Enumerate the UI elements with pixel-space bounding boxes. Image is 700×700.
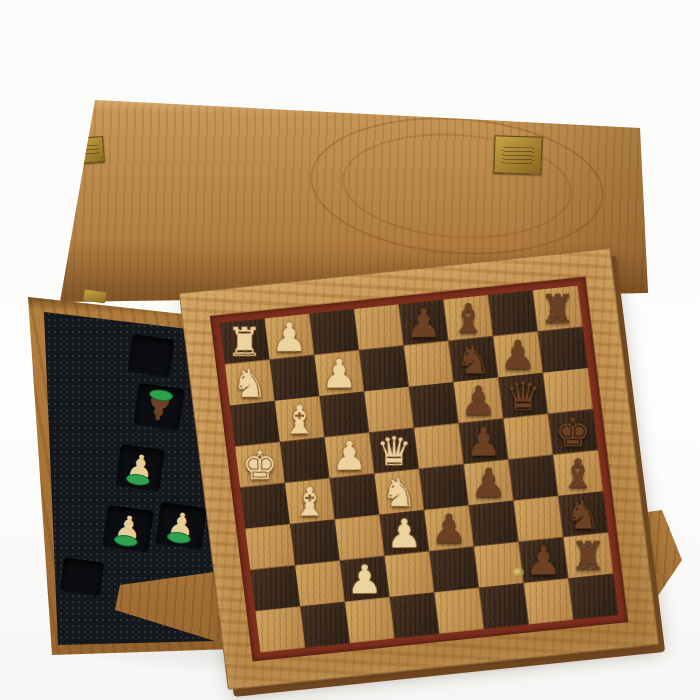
square [300, 602, 350, 648]
green-felt-base [126, 473, 151, 487]
square [474, 542, 524, 588]
square: ♞ [448, 336, 498, 382]
square [514, 496, 564, 542]
square [568, 574, 618, 620]
square: ♝ [443, 295, 493, 341]
square [345, 597, 395, 643]
foam-cutout: ♟ [115, 444, 164, 492]
white-pawn: ♟ [317, 351, 362, 396]
square [419, 464, 469, 510]
foam-cutout: ♟ [155, 502, 206, 550]
square [280, 437, 330, 483]
board-squares: ♜♟♟♝♜♞♟♞♟♝♟♛♚♟♛♟♚♝♞♟♝♟♟♞♟♟♜ [220, 286, 618, 653]
black-rook: ♜ [535, 286, 580, 331]
square [390, 592, 440, 638]
square [543, 368, 593, 414]
square: ♝ [285, 478, 335, 524]
square [240, 483, 290, 529]
square: ♟ [399, 300, 449, 346]
square: ♟ [464, 460, 514, 506]
square: ♝ [275, 396, 325, 442]
square [290, 520, 340, 566]
square: ♞ [374, 469, 424, 515]
square: ♟ [314, 350, 364, 396]
black-pawn: ♟ [466, 460, 511, 505]
square: ♚ [235, 442, 285, 488]
white-king: ♚ [237, 442, 282, 487]
square [429, 547, 479, 593]
green-felt-base [148, 388, 173, 402]
square: ♟ [379, 510, 429, 556]
square [404, 341, 454, 387]
square [270, 355, 320, 401]
square [319, 391, 369, 437]
square: ♟ [519, 537, 569, 583]
black-king: ♚ [550, 410, 595, 455]
black-rook: ♜ [566, 533, 611, 578]
foam-cutout: ♟ [102, 505, 153, 553]
square [479, 583, 529, 629]
square [508, 455, 558, 501]
square: ♟ [454, 377, 504, 423]
square: ♜ [220, 319, 270, 365]
white-pawn: ♟ [382, 511, 427, 556]
white-pawn: ♟ [267, 314, 312, 359]
light-pawn-in-tray: ♟ [113, 511, 144, 544]
square: ♟ [324, 433, 374, 479]
square [469, 501, 519, 547]
black-knight: ♞ [451, 337, 496, 382]
square [250, 565, 300, 611]
square [354, 304, 404, 350]
white-pawn: ♟ [327, 433, 372, 478]
white-bishop: ♝ [287, 479, 332, 524]
square [503, 414, 553, 460]
brass-plaque-right [493, 135, 542, 175]
white-queen: ♛ [372, 428, 417, 473]
black-bishop: ♝ [556, 451, 601, 496]
black-pawn: ♟ [401, 300, 446, 345]
light-pawn-in-tray: ♟ [166, 508, 197, 541]
square: ♟ [340, 556, 390, 602]
square [255, 606, 305, 652]
square [245, 524, 295, 570]
green-felt-base [114, 534, 139, 548]
black-pawn: ♟ [461, 419, 506, 464]
square: ♜ [533, 286, 583, 332]
square: ♞ [225, 360, 275, 406]
black-queen: ♛ [501, 373, 546, 418]
square: ♟ [264, 314, 314, 360]
green-felt-base [167, 531, 192, 545]
square: ♚ [548, 409, 598, 455]
black-pawn: ♟ [496, 332, 541, 377]
white-knight: ♞ [377, 470, 422, 515]
black-pawn: ♟ [521, 538, 566, 583]
brass-screw-icon [513, 568, 524, 577]
square [538, 327, 588, 373]
square [359, 346, 409, 392]
black-bishop: ♝ [446, 296, 491, 341]
foam-cutout [60, 557, 104, 596]
square [488, 290, 538, 336]
square: ♝ [553, 450, 603, 496]
foam-cutout: ♟ [133, 383, 184, 431]
square [230, 401, 280, 447]
brass-plaque-left [75, 136, 105, 164]
square: ♜ [563, 533, 613, 579]
square [524, 578, 574, 624]
square: ♛ [498, 373, 548, 419]
square: ♟ [424, 505, 474, 551]
white-pawn: ♟ [342, 557, 387, 602]
square [335, 515, 385, 561]
black-knight: ♞ [561, 492, 606, 537]
square [409, 382, 459, 428]
square [295, 561, 345, 607]
foam-cutout [128, 334, 175, 377]
white-rook: ♜ [222, 319, 267, 364]
chessboard: ♜♟♟♝♜♞♟♞♟♝♟♛♚♟♛♟♚♝♞♟♝♟♟♞♟♟♜ [179, 248, 659, 690]
wood-grain-oval [306, 108, 609, 264]
square [414, 423, 464, 469]
black-pawn: ♟ [456, 378, 501, 423]
black-pawn: ♟ [426, 506, 471, 551]
square: ♛ [369, 428, 419, 474]
square [434, 588, 484, 634]
square [384, 551, 434, 597]
white-bishop: ♝ [277, 397, 322, 442]
white-knight: ♞ [227, 360, 272, 405]
square [330, 474, 380, 520]
square: ♟ [459, 418, 509, 464]
square: ♞ [558, 491, 608, 537]
square [309, 309, 359, 355]
square [364, 387, 414, 433]
light-pawn-in-tray: ♟ [125, 450, 156, 483]
square: ♟ [493, 332, 543, 378]
chess-set-product-photo: Open wooden chess storage box: hinged li… [0, 0, 700, 700]
dark-pawn-in-tray: ♟ [143, 392, 174, 425]
